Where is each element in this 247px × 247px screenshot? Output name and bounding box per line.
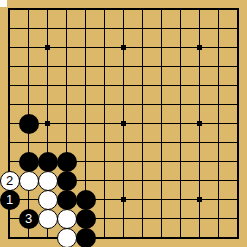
star-point — [121, 197, 126, 202]
white-stone[interactable] — [38, 190, 58, 210]
grid-line-vertical — [218, 10, 219, 237]
star-point — [197, 121, 202, 126]
white-stone[interactable] — [19, 171, 39, 191]
black-stone[interactable] — [57, 190, 77, 210]
move-number-label: 2 — [6, 174, 13, 187]
star-point — [197, 197, 202, 202]
star-point — [197, 45, 202, 50]
grid-line-vertical — [142, 10, 143, 237]
white-stone[interactable] — [38, 171, 58, 191]
move-number-label: 1 — [6, 193, 13, 206]
corner-artifact — [0, 0, 7, 7]
move-number-label: 3 — [25, 212, 32, 225]
black-stone[interactable] — [19, 152, 39, 172]
star-point — [121, 121, 126, 126]
white-stone[interactable] — [57, 209, 77, 229]
white-stone[interactable]: 2 — [0, 171, 20, 191]
black-stone[interactable] — [19, 114, 39, 134]
white-stone[interactable] — [38, 209, 58, 229]
grid-line-horizontal — [10, 142, 237, 143]
grid-line-vertical — [180, 10, 181, 237]
go-board[interactable]: 213 — [0, 0, 247, 247]
black-stone[interactable] — [76, 228, 96, 247]
black-stone[interactable] — [76, 190, 96, 210]
black-stone[interactable] — [57, 152, 77, 172]
grid-line-vertical — [161, 10, 162, 237]
black-stone[interactable] — [76, 209, 96, 229]
star-point — [121, 45, 126, 50]
black-stone[interactable]: 3 — [19, 209, 39, 229]
black-stone[interactable]: 1 — [0, 190, 20, 210]
star-point — [45, 121, 50, 126]
star-point — [45, 45, 50, 50]
black-stone[interactable] — [38, 152, 58, 172]
white-stone[interactable] — [57, 228, 77, 247]
black-stone[interactable] — [57, 171, 77, 191]
